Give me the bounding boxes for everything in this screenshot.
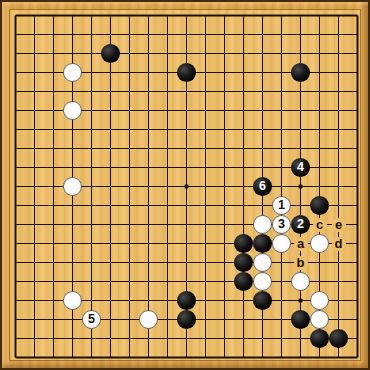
white-stone[interactable] — [139, 310, 158, 329]
black-stone-move-4[interactable]: 4 — [291, 158, 310, 177]
white-stone[interactable] — [253, 272, 272, 291]
black-stone[interactable] — [291, 63, 310, 82]
black-stone[interactable] — [101, 44, 120, 63]
black-stone[interactable] — [329, 329, 348, 348]
white-stone-move-3[interactable]: 3 — [272, 215, 291, 234]
white-stone[interactable] — [253, 215, 272, 234]
white-stone[interactable] — [63, 177, 82, 196]
go-board[interactable]: 462513abcde — [0, 0, 370, 370]
black-stone[interactable] — [253, 291, 272, 310]
white-stone[interactable] — [272, 234, 291, 253]
black-stone[interactable] — [234, 272, 253, 291]
black-stone[interactable] — [310, 329, 329, 348]
point-label-a: a — [294, 237, 308, 251]
black-stone[interactable] — [177, 63, 196, 82]
white-stone[interactable] — [63, 101, 82, 120]
white-stone-move-5[interactable]: 5 — [82, 310, 101, 329]
black-stone[interactable] — [234, 234, 253, 253]
white-stone[interactable] — [310, 291, 329, 310]
white-stone-move-1[interactable]: 1 — [272, 196, 291, 215]
black-stone-move-6[interactable]: 6 — [253, 177, 272, 196]
black-stone[interactable] — [291, 310, 310, 329]
black-stone-move-2[interactable]: 2 — [291, 215, 310, 234]
stone-layer: 462513abcde — [2, 2, 370, 370]
point-label-b: b — [294, 256, 308, 270]
white-stone[interactable] — [63, 291, 82, 310]
black-stone[interactable] — [253, 234, 272, 253]
white-stone[interactable] — [310, 310, 329, 329]
point-label-e: e — [332, 218, 346, 232]
black-stone[interactable] — [234, 253, 253, 272]
black-stone[interactable] — [177, 291, 196, 310]
black-stone[interactable] — [310, 196, 329, 215]
white-stone[interactable] — [291, 272, 310, 291]
point-label-d: d — [332, 237, 346, 251]
black-stone[interactable] — [177, 310, 196, 329]
white-stone[interactable] — [310, 234, 329, 253]
point-label-c: c — [313, 218, 327, 232]
white-stone[interactable] — [253, 253, 272, 272]
white-stone[interactable] — [63, 63, 82, 82]
